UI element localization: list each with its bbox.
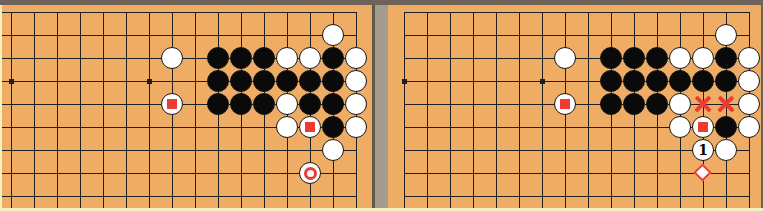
white-stone xyxy=(322,24,344,46)
image-left-border xyxy=(0,0,2,211)
black-stone xyxy=(600,93,622,115)
white-stone xyxy=(738,116,760,138)
grid-line-vertical xyxy=(57,12,58,208)
white-stone xyxy=(669,116,691,138)
grid-line-vertical xyxy=(519,12,520,208)
white-stone-square-mark xyxy=(692,116,714,138)
grid-line-horizontal xyxy=(404,196,750,197)
black-stone xyxy=(600,47,622,69)
black-stone xyxy=(230,70,252,92)
grid-line-vertical xyxy=(427,12,428,208)
star-point xyxy=(147,79,152,84)
black-stone xyxy=(299,93,321,115)
black-stone xyxy=(646,47,668,69)
grid-line-horizontal xyxy=(404,12,750,13)
square-mark xyxy=(167,99,177,109)
black-stone xyxy=(207,93,229,115)
black-stone xyxy=(230,93,252,115)
grid-line-vertical xyxy=(542,12,543,208)
diagram-divider xyxy=(372,0,388,211)
grid-line-vertical xyxy=(195,12,196,208)
white-stone xyxy=(276,93,298,115)
black-stone xyxy=(623,70,645,92)
white-stone xyxy=(738,93,760,115)
white-stone xyxy=(738,70,760,92)
white-stone xyxy=(554,47,576,69)
black-stone xyxy=(207,47,229,69)
black-stone xyxy=(692,70,714,92)
black-stone xyxy=(253,93,275,115)
grid-line-vertical xyxy=(80,12,81,208)
white-stone xyxy=(345,47,367,69)
black-stone xyxy=(299,70,321,92)
white-stone xyxy=(322,139,344,161)
grid-line-horizontal xyxy=(2,196,357,197)
black-stone xyxy=(715,47,737,69)
grid-line-vertical xyxy=(126,12,127,208)
x-mark xyxy=(716,94,736,114)
white-stone xyxy=(715,24,737,46)
grid-line-horizontal xyxy=(404,35,750,36)
grid-line-horizontal xyxy=(2,12,357,13)
star-point xyxy=(402,79,407,84)
white-stone xyxy=(669,93,691,115)
white-stone xyxy=(345,93,367,115)
black-stone xyxy=(715,70,737,92)
x-mark xyxy=(693,94,713,114)
black-stone xyxy=(715,116,737,138)
white-stone-square-mark xyxy=(299,116,321,138)
white-stone xyxy=(715,139,737,161)
star-point xyxy=(540,79,545,84)
white-stone xyxy=(692,47,714,69)
white-stone xyxy=(276,116,298,138)
grid-line-vertical xyxy=(149,12,150,208)
white-stone-square-mark xyxy=(161,93,183,115)
black-stone xyxy=(623,47,645,69)
black-stone xyxy=(646,70,668,92)
white-stone-circle-mark xyxy=(299,162,321,184)
grid-line-horizontal xyxy=(2,35,357,36)
black-stone xyxy=(207,70,229,92)
black-stone xyxy=(322,116,344,138)
white-stone xyxy=(161,47,183,69)
grid-line-vertical xyxy=(473,12,474,208)
black-stone xyxy=(646,93,668,115)
black-stone xyxy=(669,70,691,92)
black-stone xyxy=(322,47,344,69)
black-stone xyxy=(623,93,645,115)
square-mark xyxy=(698,122,708,132)
grid-line-vertical xyxy=(496,12,497,208)
square-mark xyxy=(305,122,315,132)
black-stone xyxy=(253,47,275,69)
black-stone xyxy=(253,70,275,92)
grid-line-vertical xyxy=(450,12,451,208)
image-bottom-border xyxy=(0,208,763,211)
black-stone xyxy=(276,70,298,92)
square-mark xyxy=(560,99,570,109)
grid-line-vertical xyxy=(404,12,405,208)
grid-line-horizontal xyxy=(2,150,357,151)
star-point xyxy=(9,79,14,84)
white-stone xyxy=(345,70,367,92)
white-stone xyxy=(669,47,691,69)
white-stone-square-mark xyxy=(554,93,576,115)
white-stone xyxy=(738,47,760,69)
white-stone xyxy=(276,47,298,69)
black-stone xyxy=(322,93,344,115)
move-number-label: 1 xyxy=(698,143,708,157)
diamond-mark xyxy=(694,164,712,182)
go-diagram-pair: 1 xyxy=(0,0,763,211)
image-top-border xyxy=(0,0,763,5)
black-stone xyxy=(230,47,252,69)
grid-line-vertical xyxy=(588,12,589,208)
white-stone xyxy=(345,116,367,138)
grid-line-vertical xyxy=(103,12,104,208)
circle-mark xyxy=(304,167,317,180)
black-stone xyxy=(322,70,344,92)
grid-line-vertical xyxy=(34,12,35,208)
white-stone xyxy=(299,47,321,69)
white-stone-move-1: 1 xyxy=(692,139,714,161)
black-stone xyxy=(600,70,622,92)
grid-line-vertical xyxy=(11,12,12,208)
